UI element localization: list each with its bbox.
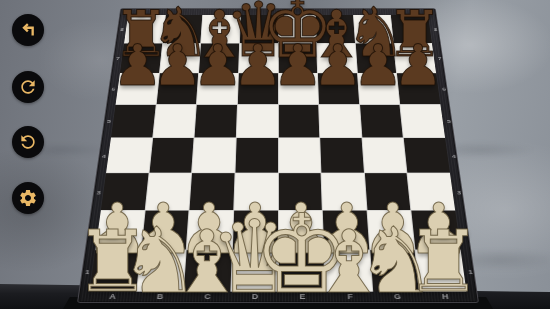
square-f4[interactable]: [320, 138, 363, 173]
square-g4[interactable]: [362, 138, 407, 173]
chess-game-screen: ABCDEFGH8877665544332211 ♜♞♝♛♚♝♞♜♟♟♟♟♟♟♟…: [0, 0, 550, 309]
rotate-counterclockwise-icon: [18, 132, 38, 152]
square-c5[interactable]: [195, 105, 237, 138]
square-h4[interactable]: [404, 138, 450, 173]
square-e5[interactable]: [278, 105, 319, 138]
turn-left-arrow-icon: [18, 20, 38, 40]
rotate-clockwise-icon: [18, 77, 38, 97]
piece-black-pawn-h7[interactable]: ♟: [393, 37, 444, 94]
square-f5[interactable]: [319, 105, 361, 138]
square-b4[interactable]: [149, 138, 194, 173]
gear-icon: [18, 188, 38, 208]
redo-button[interactable]: [12, 71, 44, 103]
rank-label-left-5: 5: [107, 119, 112, 125]
settings-button[interactable]: [12, 182, 44, 214]
square-b5[interactable]: [153, 105, 196, 138]
square-a4[interactable]: [106, 138, 152, 173]
square-d5[interactable]: [237, 105, 278, 138]
square-h5[interactable]: [401, 105, 445, 138]
piece-white-rook-h1[interactable]: ♜: [406, 221, 482, 306]
rank-label-right-4: 4: [451, 153, 456, 159]
undo-button[interactable]: [12, 126, 44, 158]
rank-label-left-4: 4: [102, 153, 107, 159]
square-c4[interactable]: [192, 138, 235, 173]
square-e4[interactable]: [278, 138, 320, 173]
square-a5[interactable]: [111, 105, 155, 138]
rank-label-right-5: 5: [447, 119, 452, 125]
sidebar: [0, 0, 56, 309]
square-g5[interactable]: [360, 105, 403, 138]
square-d4[interactable]: [235, 138, 277, 173]
back-button[interactable]: [12, 14, 44, 46]
